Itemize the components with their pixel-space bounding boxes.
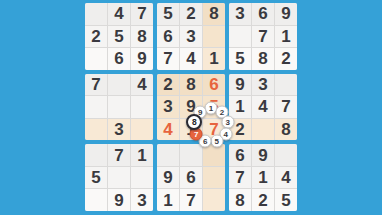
cell-r9c4[interactable]: 1: [157, 189, 179, 211]
cell-r8c5[interactable]: 6: [180, 167, 202, 189]
cell-r8c2[interactable]: [108, 167, 130, 189]
cell-r5c8[interactable]: 4: [252, 96, 274, 118]
given-digit: 7: [186, 192, 195, 209]
entered-digit: 4: [163, 121, 172, 138]
cell-r7c8[interactable]: 9: [252, 144, 274, 166]
cell-r7c1[interactable]: [85, 144, 107, 166]
given-digit: 3: [235, 5, 244, 22]
given-digit: 1: [137, 147, 146, 164]
cell-r7c7[interactable]: 6: [229, 144, 251, 166]
cell-r7c3[interactable]: 1: [131, 144, 153, 166]
given-digit: 3: [114, 121, 123, 138]
cell-r7c2[interactable]: 7: [108, 144, 130, 166]
given-digit: 3: [258, 76, 267, 93]
cell-r9c7[interactable]: 8: [229, 189, 251, 211]
cell-r9c5[interactable]: 7: [180, 189, 202, 211]
cell-r9c3[interactable]: 3: [131, 189, 153, 211]
given-digit: 9: [137, 50, 146, 67]
given-digit: 6: [258, 5, 267, 22]
cell-r3c7[interactable]: 5: [229, 48, 251, 70]
cell-r2c5[interactable]: 3: [180, 26, 202, 48]
box-6: 9314728: [229, 74, 297, 141]
cell-r5c9[interactable]: 7: [275, 96, 297, 118]
given-digit: 4: [186, 50, 195, 67]
cell-r2c7[interactable]: [229, 26, 251, 48]
cell-r1c2[interactable]: 4: [108, 3, 130, 25]
entered-digit: 6: [209, 76, 218, 93]
given-digit: 2: [163, 76, 172, 93]
cell-r8c4[interactable]: 9: [157, 167, 179, 189]
given-digit: 8: [281, 121, 290, 138]
cell-r8c8[interactable]: 1: [252, 167, 274, 189]
cell-r3c4[interactable]: 7: [157, 48, 179, 70]
cell-r9c6[interactable]: [203, 189, 225, 211]
cell-r9c2[interactable]: 9: [108, 189, 130, 211]
cell-r1c3[interactable]: 7: [131, 3, 153, 25]
cell-r5c2[interactable]: [108, 96, 130, 118]
given-digit: 1: [235, 98, 244, 115]
given-digit: 9: [281, 5, 290, 22]
given-digit: 9: [114, 192, 123, 209]
cell-r3c3[interactable]: 9: [131, 48, 153, 70]
cell-r4c1[interactable]: 7: [85, 74, 107, 96]
cell-r6c8[interactable]: [252, 119, 274, 141]
cell-r3c5[interactable]: 4: [180, 48, 202, 70]
given-digit: 4: [281, 169, 290, 186]
box-4: 743: [85, 74, 153, 141]
cell-r4c2[interactable]: [108, 74, 130, 96]
given-digit: 8: [258, 50, 267, 67]
given-digit: 3: [163, 98, 172, 115]
cell-r6c9[interactable]: 8: [275, 119, 297, 141]
cell-r3c1[interactable]: [85, 48, 107, 70]
cell-r1c4[interactable]: 5: [157, 3, 179, 25]
given-digit: 7: [137, 5, 146, 22]
cell-r1c1[interactable]: [85, 3, 107, 25]
box-1: 4725869: [85, 3, 153, 70]
given-digit: 5: [91, 169, 100, 186]
cell-r8c9[interactable]: 4: [275, 167, 297, 189]
cell-r6c2[interactable]: 3: [108, 119, 130, 141]
cell-r6c1[interactable]: [85, 119, 107, 141]
cell-r4c7[interactable]: 9: [229, 74, 251, 96]
cell-r7c4[interactable]: [157, 144, 179, 166]
given-digit: 6: [163, 28, 172, 45]
cell-r6c4[interactable]: 4: [157, 119, 179, 141]
given-digit: 2: [91, 28, 100, 45]
cell-r8c3[interactable]: [131, 167, 153, 189]
given-digit: 8: [137, 28, 146, 45]
cell-r2c2[interactable]: 5: [108, 26, 130, 48]
cell-r9c1[interactable]: [85, 189, 107, 211]
given-digit: 5: [281, 192, 290, 209]
box-9: 69714825: [229, 144, 297, 211]
given-digit: 1: [209, 50, 218, 67]
cell-r2c1[interactable]: 2: [85, 26, 107, 48]
given-digit: 1: [163, 192, 172, 209]
cell-r9c9[interactable]: 5: [275, 189, 297, 211]
given-digit: 7: [258, 28, 267, 45]
cell-r1c6[interactable]: 8: [203, 3, 225, 25]
given-digit: 5: [114, 28, 123, 45]
cell-r2c3[interactable]: 8: [131, 26, 153, 48]
given-digit: 9: [163, 169, 172, 186]
given-digit: 2: [258, 192, 267, 209]
cell-r2c4[interactable]: 6: [157, 26, 179, 48]
cell-r2c9[interactable]: 1: [275, 26, 297, 48]
given-digit: 4: [258, 98, 267, 115]
given-digit: 9: [235, 76, 244, 93]
cell-r1c8[interactable]: 6: [252, 3, 274, 25]
cell-r8c1[interactable]: 5: [85, 167, 107, 189]
cell-r4c8[interactable]: 3: [252, 74, 274, 96]
given-digit: 1: [281, 28, 290, 45]
given-digit: 2: [235, 121, 244, 138]
cell-r7c9[interactable]: [275, 144, 297, 166]
given-digit: 7: [281, 98, 290, 115]
cell-r4c4[interactable]: 2: [157, 74, 179, 96]
cell-r2c6[interactable]: [203, 26, 225, 48]
given-digit: 6: [186, 169, 195, 186]
cell-r8c6[interactable]: [203, 167, 225, 189]
cell-r4c9[interactable]: [275, 74, 297, 96]
cell-r5c1[interactable]: [85, 96, 107, 118]
cell-r1c7[interactable]: 3: [229, 3, 251, 25]
given-digit: 8: [186, 76, 195, 93]
box-3: 36971582: [229, 3, 297, 70]
cell-r3c2[interactable]: 6: [108, 48, 130, 70]
cell-r6c3[interactable]: [131, 119, 153, 141]
cell-r5c4[interactable]: 3: [157, 96, 179, 118]
given-digit: 9: [258, 147, 267, 164]
given-digit: 7: [235, 169, 244, 186]
cell-r9c8[interactable]: 2: [252, 189, 274, 211]
cell-r7c6[interactable]: [203, 144, 225, 166]
cell-r8c7[interactable]: 7: [229, 167, 251, 189]
cell-r4c6[interactable]: 6: [203, 74, 225, 96]
cell-r7c5[interactable]: [180, 144, 202, 166]
given-digit: 5: [163, 5, 172, 22]
cell-r5c3[interactable]: [131, 96, 153, 118]
cell-r3c8[interactable]: 8: [252, 48, 274, 70]
given-digit: 1: [258, 169, 267, 186]
box-2: 52863741: [157, 3, 225, 70]
cell-r4c5[interactable]: 8: [180, 74, 202, 96]
box-8: 9617: [157, 144, 225, 211]
picker-button-5[interactable]: 5: [210, 135, 223, 148]
cell-r1c9[interactable]: 9: [275, 3, 297, 25]
given-digit: 7: [163, 50, 172, 67]
cell-r2c8[interactable]: 7: [252, 26, 274, 48]
given-digit: 7: [114, 147, 123, 164]
given-digit: 5: [235, 50, 244, 67]
cell-r5c7[interactable]: 1: [229, 96, 251, 118]
given-digit: 4: [137, 76, 146, 93]
cell-r1c5[interactable]: 2: [180, 3, 202, 25]
cell-r3c9[interactable]: 2: [275, 48, 297, 70]
given-digit: 7: [91, 76, 100, 93]
given-digit: 6: [235, 147, 244, 164]
given-digit: 3: [186, 28, 195, 45]
app-background: 4725869528637413697158274328639541793147…: [0, 0, 382, 215]
given-digit: 2: [186, 5, 195, 22]
given-digit: 8: [235, 192, 244, 209]
box-7: 71593: [85, 144, 153, 211]
sudoku-board: 4725869528637413697158274328639541793147…: [85, 3, 297, 211]
given-digit: 6: [114, 50, 123, 67]
given-digit: 3: [137, 192, 146, 209]
picker-button-8[interactable]: 8: [186, 114, 202, 130]
cell-r3c6[interactable]: 1: [203, 48, 225, 70]
given-digit: 8: [209, 5, 218, 22]
given-digit: 4: [114, 5, 123, 22]
cell-r4c3[interactable]: 4: [131, 74, 153, 96]
given-digit: 2: [281, 50, 290, 67]
